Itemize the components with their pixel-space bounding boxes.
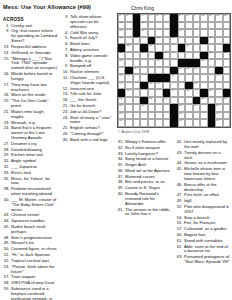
cell-number: 31 bbox=[209, 52, 212, 55]
clue-text: "The Da Vinci Code" priest bbox=[11, 98, 49, 108]
cell-number: 52 bbox=[119, 98, 122, 101]
cell-number: 60 bbox=[194, 105, 197, 108]
clue-item: 24.Start of many a "-stan" name bbox=[62, 116, 115, 126]
clue-number: 38. bbox=[3, 187, 10, 192]
clue-text: Word set at the Aperture bbox=[125, 168, 170, 173]
grid-cell[interactable] bbox=[215, 59, 222, 67]
black-cell bbox=[148, 74, 155, 82]
grid-cell[interactable] bbox=[200, 22, 207, 30]
grid-cell[interactable] bbox=[163, 112, 170, 120]
clue-text: Brandy Norwood's renewed role for Alexan… bbox=[125, 191, 159, 206]
grid-cell[interactable]: 51 bbox=[208, 89, 215, 97]
grid-cell[interactable] bbox=[140, 59, 147, 67]
grid-cell[interactable] bbox=[178, 82, 185, 90]
grid-cell[interactable] bbox=[148, 119, 155, 127]
clue-number: 42. bbox=[176, 140, 183, 145]
clue-number: 43. bbox=[176, 151, 183, 156]
cell-number: 7 bbox=[179, 15, 180, 18]
grid-cell[interactable] bbox=[185, 52, 192, 60]
grid-cell[interactable] bbox=[185, 119, 192, 127]
grid-cell[interactable] bbox=[193, 119, 200, 127]
grid-cell[interactable]: 42 bbox=[170, 74, 177, 82]
grid-cell[interactable] bbox=[215, 22, 222, 30]
clue-text: The answer to the riddle, as John has it bbox=[125, 207, 171, 217]
grid-cell[interactable]: 45 bbox=[148, 82, 155, 90]
clue-item: 30.Bank with a red logo bbox=[62, 138, 115, 143]
grid-cell[interactable]: 43 bbox=[215, 74, 222, 82]
clue-text: Bond lover bbox=[70, 41, 90, 46]
grid-cell[interactable]: 22 bbox=[155, 37, 162, 45]
clue-text: Music, for Yahoo!, for now bbox=[11, 176, 50, 186]
grid-cell[interactable] bbox=[133, 97, 140, 105]
grid-cell[interactable]: 14 bbox=[118, 22, 125, 30]
clue-text: Org. that issues tickets for speeding on… bbox=[11, 28, 57, 43]
clue-text: Grows, as a mushroom bbox=[184, 160, 227, 165]
cell-number: 34 bbox=[157, 60, 160, 63]
clue-text: Innocent one bbox=[70, 86, 94, 91]
grid-cell[interactable] bbox=[185, 97, 192, 105]
grid-cell[interactable] bbox=[125, 29, 132, 37]
clue-text: "Please, think about the future!" bbox=[11, 264, 55, 274]
grid-cell[interactable] bbox=[125, 119, 132, 127]
grid-cell[interactable] bbox=[125, 52, 132, 60]
grid-cell[interactable] bbox=[200, 104, 207, 112]
clue-number: 16. bbox=[3, 72, 10, 77]
grid-cell[interactable] bbox=[193, 74, 200, 82]
grid-cell[interactable]: 58 bbox=[140, 104, 147, 112]
clue-text: Singer Avril bbox=[125, 162, 146, 167]
cell-number: 23 bbox=[172, 37, 175, 40]
grid-cell[interactable]: 4 bbox=[148, 14, 155, 22]
grid-cell[interactable]: 59 bbox=[178, 104, 185, 112]
grid-cell[interactable]: 29 bbox=[140, 52, 147, 60]
cell-number: 5 bbox=[157, 15, 158, 18]
clue-number: 21. bbox=[3, 110, 10, 115]
clue-text: Song heard at a funeral bbox=[125, 156, 168, 161]
cell-number: 33 bbox=[119, 60, 122, 63]
cell-number: 21 bbox=[134, 37, 137, 40]
grid-cell[interactable] bbox=[155, 67, 162, 75]
grid-cell[interactable] bbox=[185, 104, 192, 112]
cell-number: 12 bbox=[216, 15, 219, 18]
grid-cell[interactable]: 23 bbox=[170, 37, 177, 45]
grid-cell[interactable]: 47 bbox=[193, 82, 200, 90]
grid-cell[interactable]: 67 bbox=[215, 119, 222, 127]
grid-cell[interactable] bbox=[178, 37, 185, 45]
grid-cell[interactable] bbox=[223, 112, 230, 120]
grid-cell[interactable] bbox=[193, 89, 200, 97]
grid-cell[interactable] bbox=[125, 22, 132, 30]
cell-number: 25 bbox=[127, 45, 130, 48]
black-cell bbox=[170, 14, 177, 22]
grid-cell[interactable] bbox=[163, 59, 170, 67]
grid-cell[interactable] bbox=[140, 74, 147, 82]
clue-text: Kitchen timer unit bbox=[11, 152, 43, 157]
grid-cell[interactable] bbox=[140, 119, 147, 127]
grid-cell[interactable] bbox=[163, 82, 170, 90]
clue-text: Detailed drawing bbox=[11, 147, 42, 152]
clue-text: Idyll bbox=[184, 198, 191, 203]
grid-cell[interactable]: 36 bbox=[133, 67, 140, 75]
grid-cell[interactable]: 60 bbox=[193, 104, 200, 112]
clue-text: Cold War worry bbox=[70, 30, 98, 35]
clue-column-across: ACROSS 1.Cranky sort9.Org. that issues t… bbox=[3, 15, 58, 300]
clue-text: Cultivated, as a garden bbox=[184, 226, 227, 231]
cell-number: 4 bbox=[149, 15, 150, 18]
grid-cell[interactable] bbox=[125, 37, 132, 45]
grid-cell[interactable] bbox=[163, 119, 170, 127]
clue-text: Worn on the inside bbox=[11, 92, 45, 97]
clue-text: Tropical cocktail part bbox=[11, 258, 49, 263]
grid-cell[interactable] bbox=[133, 44, 140, 52]
cell-number: 54 bbox=[164, 98, 167, 101]
grid-cell[interactable] bbox=[170, 97, 177, 105]
clue-item: 3.Talk show whose specials can be offens… bbox=[62, 15, 115, 30]
grid-cell[interactable] bbox=[155, 97, 162, 105]
clue-text: Snip a branch bbox=[184, 215, 210, 220]
grid-cell[interactable]: 57 bbox=[118, 104, 125, 112]
clue-item: 42.Unit mostly replaced by the watt bbox=[176, 140, 230, 150]
grid-cell[interactable]: 54 bbox=[163, 97, 170, 105]
grid-cell[interactable] bbox=[133, 119, 140, 127]
grid-cell[interactable] bbox=[178, 52, 185, 60]
grid-cell[interactable]: 55 bbox=[200, 97, 207, 105]
grid-cell[interactable] bbox=[223, 37, 230, 45]
grid-cell[interactable]: 25 bbox=[125, 44, 132, 52]
down-clue-list-2: 3.Talk show whose specials can be offens… bbox=[62, 15, 115, 143]
grid-cell[interactable]: 26 bbox=[148, 44, 155, 52]
grid-cell[interactable] bbox=[193, 37, 200, 45]
cell-number: 49 bbox=[172, 90, 175, 93]
grid-cell[interactable] bbox=[155, 22, 162, 30]
cell-number: 11 bbox=[209, 15, 212, 18]
grid-cell[interactable] bbox=[125, 97, 132, 105]
grid-cell[interactable] bbox=[178, 74, 185, 82]
grid-cell[interactable] bbox=[133, 52, 140, 60]
grid-cell[interactable] bbox=[223, 67, 230, 75]
clue-text: They may have two machines bbox=[11, 82, 47, 92]
clue-text: Problem encountered when traveling abroa… bbox=[11, 186, 52, 196]
clue-number: 8. bbox=[62, 54, 69, 59]
grid-cell[interactable]: 48 bbox=[125, 89, 132, 97]
clue-number: 41. bbox=[117, 208, 124, 213]
grid-cell[interactable] bbox=[148, 29, 155, 37]
grid-cell[interactable] bbox=[163, 37, 170, 45]
cell-number: 29 bbox=[142, 52, 145, 55]
clue-text: Fourth of July? bbox=[70, 35, 97, 40]
grid-cell[interactable] bbox=[133, 104, 140, 112]
clue-number: 35. bbox=[3, 177, 10, 182]
cell-number: 36 bbox=[134, 68, 137, 71]
clue-text: "Hi," to Jack Sparrow bbox=[11, 252, 50, 257]
grid-cell[interactable]: 44 bbox=[118, 82, 125, 90]
grid-cell[interactable]: 61 bbox=[215, 104, 222, 112]
grid-cell[interactable]: 38 bbox=[185, 67, 192, 75]
clue-number: 17. bbox=[3, 83, 10, 88]
grid-cell[interactable] bbox=[185, 37, 192, 45]
grid-cell[interactable] bbox=[163, 67, 170, 75]
grid-cell[interactable]: 5 bbox=[155, 14, 162, 22]
grid-cell[interactable]: 13 bbox=[223, 14, 230, 22]
grid-cell[interactable]: 30 bbox=[163, 52, 170, 60]
grid-cell[interactable] bbox=[208, 97, 215, 105]
clue-item: 21.Makes time laugh, maybe bbox=[3, 110, 58, 120]
cell-number: 57 bbox=[119, 105, 122, 108]
grid-cell[interactable]: 19 bbox=[178, 29, 185, 37]
cell-number: 17 bbox=[119, 30, 122, 33]
clue-text: Bits and pieces, or so bbox=[125, 179, 165, 184]
grid-cell[interactable] bbox=[193, 112, 200, 120]
grid-cell[interactable] bbox=[140, 89, 147, 97]
clue-text: Bogotá fare bbox=[184, 232, 205, 237]
grid-cell[interactable] bbox=[170, 44, 177, 52]
clue-item: 16.Words before bored or hungry bbox=[3, 72, 58, 82]
clue-text: Japanese noodles bbox=[11, 218, 45, 223]
cell-number: 51 bbox=[209, 90, 212, 93]
black-cell bbox=[155, 74, 162, 82]
cell-number: 50 bbox=[186, 90, 189, 93]
grid-cell[interactable] bbox=[140, 67, 147, 75]
clue-item: 45.Michelle whose twin is now known by f… bbox=[176, 167, 230, 182]
grid-cell[interactable] bbox=[133, 59, 140, 67]
clue-text: Lonely hangover? bbox=[125, 151, 158, 156]
grid-cell[interactable] bbox=[200, 119, 207, 127]
grid-caption: © Aspen Crux 1998 bbox=[118, 130, 149, 134]
grid-cell[interactable] bbox=[170, 52, 177, 60]
grid-cell[interactable]: 11 bbox=[208, 14, 215, 22]
clue-item: 15."Ménage à ___" ("Star Trek: TNG" epis… bbox=[3, 57, 58, 72]
grid-cell[interactable] bbox=[215, 37, 222, 45]
grid-cell[interactable]: 46 bbox=[155, 82, 162, 90]
black-cell bbox=[148, 37, 155, 45]
clue-text: Seer's prognostication bbox=[11, 235, 52, 240]
grid-cell[interactable] bbox=[140, 112, 147, 120]
black-cell bbox=[200, 89, 207, 97]
grid-cell[interactable] bbox=[125, 104, 132, 112]
black-cell bbox=[185, 59, 192, 67]
grid-cell[interactable]: 2 bbox=[125, 14, 132, 22]
clue-text: Angle symbol bbox=[11, 158, 36, 163]
clue-text: Title role for Jolie bbox=[70, 91, 101, 96]
grid-cell[interactable] bbox=[208, 74, 215, 82]
grid-cell[interactable] bbox=[155, 89, 162, 97]
cell-number: 43 bbox=[216, 75, 219, 78]
clue-item: 19."The Da Vinci Code" priest bbox=[3, 99, 58, 109]
grid-cell[interactable] bbox=[148, 52, 155, 60]
grid-cell[interactable] bbox=[200, 74, 207, 82]
grid-cell[interactable] bbox=[223, 29, 230, 37]
clue-item: 8.Video game console bundle, e.g. bbox=[62, 54, 115, 64]
grid-cell[interactable]: 21 bbox=[133, 37, 140, 45]
clue-text: Michelle whose twin is now known by four… bbox=[184, 166, 225, 181]
grid-cell[interactable] bbox=[133, 82, 140, 90]
clue-number: 11. bbox=[62, 76, 69, 81]
grid-cell[interactable] bbox=[223, 119, 230, 127]
clue-text: Pilot who disappeared in 1937 bbox=[184, 204, 229, 214]
black-cell bbox=[208, 112, 215, 120]
grid-cell[interactable]: 32 bbox=[223, 52, 230, 60]
grid-cell[interactable]: 37 bbox=[178, 67, 185, 75]
cell-number: 10 bbox=[201, 15, 204, 18]
grid-cell[interactable]: 12 bbox=[215, 14, 222, 22]
grid-cell[interactable]: 16 bbox=[178, 22, 185, 30]
grid-cell[interactable] bbox=[155, 112, 162, 120]
grid-cell[interactable] bbox=[163, 104, 170, 112]
grid-cell[interactable] bbox=[208, 67, 215, 75]
grid-cell[interactable]: 49 bbox=[170, 89, 177, 97]
grid-cell[interactable] bbox=[148, 59, 155, 67]
grid-cell[interactable]: 50 bbox=[185, 89, 192, 97]
grid-cell[interactable] bbox=[155, 44, 162, 52]
grid-cell[interactable]: 24 bbox=[208, 37, 215, 45]
clue-column-down-3: 31.Wimpy's Famous offer32.Sci-fi alien w… bbox=[117, 140, 172, 218]
clue-text: Start of many a "-stan" name bbox=[70, 115, 111, 125]
black-cell bbox=[193, 59, 200, 67]
grid-cell[interactable] bbox=[223, 59, 230, 67]
cell-number: 24 bbox=[209, 37, 212, 40]
grid-cell[interactable]: 41 bbox=[125, 74, 132, 82]
grid-cell[interactable] bbox=[223, 22, 230, 30]
cell-number: 6 bbox=[164, 15, 165, 18]
cell-number: 32 bbox=[224, 52, 227, 55]
grid-cell[interactable]: 15 bbox=[140, 22, 147, 30]
cell-number: 61 bbox=[216, 105, 219, 108]
grid-cell[interactable] bbox=[193, 52, 200, 60]
clue-item: 46.Bonus offer at the dealership bbox=[176, 183, 230, 193]
clue-number: 14. bbox=[3, 51, 10, 56]
clue-item: 62.Abbr. seen at the end of a business l… bbox=[176, 245, 230, 255]
cell-number: 16 bbox=[179, 22, 182, 25]
grid-cell[interactable] bbox=[163, 22, 170, 30]
clue-item: 53."Please, think about the future!" bbox=[3, 265, 58, 275]
grid-cell[interactable] bbox=[215, 52, 222, 60]
grid-cell[interactable] bbox=[155, 119, 162, 127]
grid-cell[interactable]: 9 bbox=[193, 14, 200, 22]
grid-cell[interactable]: 8 bbox=[185, 14, 192, 22]
grid-cell[interactable] bbox=[200, 29, 207, 37]
grid-cell[interactable] bbox=[185, 29, 192, 37]
grid-cell[interactable] bbox=[133, 74, 140, 82]
grid-cell[interactable] bbox=[155, 104, 162, 112]
grid-cell[interactable] bbox=[193, 22, 200, 30]
grid-cell[interactable] bbox=[148, 104, 155, 112]
clue-text: Train stopper bbox=[11, 274, 35, 279]
grid-cell[interactable] bbox=[170, 59, 177, 67]
black-cell bbox=[208, 119, 215, 127]
grid-cell[interactable]: 6 bbox=[163, 14, 170, 22]
grid-cell[interactable] bbox=[185, 22, 192, 30]
cell-number: 1 bbox=[119, 15, 120, 18]
grid-cell[interactable]: 65 bbox=[118, 119, 125, 127]
grid-cell[interactable] bbox=[148, 22, 155, 30]
grid-cell[interactable] bbox=[148, 67, 155, 75]
grid-cell[interactable] bbox=[133, 89, 140, 97]
grid-cell[interactable] bbox=[223, 82, 230, 90]
cell-number: 55 bbox=[201, 98, 204, 101]
grid-cell[interactable] bbox=[193, 29, 200, 37]
clue-number: 19. bbox=[3, 99, 10, 104]
grid-cell[interactable] bbox=[125, 112, 132, 120]
grid-cell[interactable] bbox=[200, 112, 207, 120]
cell-number: 15 bbox=[142, 22, 145, 25]
cell-number: 18 bbox=[142, 30, 145, 33]
grid-cell[interactable]: 10 bbox=[200, 14, 207, 22]
grid-cell[interactable] bbox=[185, 112, 192, 120]
grid-cell[interactable] bbox=[215, 29, 222, 37]
clue-item: 63.Presumed protagonist of "Star Wars: E… bbox=[176, 255, 230, 265]
clue-text: Puts forth, as effort bbox=[184, 192, 219, 197]
clue-number: 23. bbox=[62, 110, 69, 115]
clue-text: Makes time laugh, maybe bbox=[11, 109, 45, 119]
grid-cell[interactable] bbox=[215, 44, 222, 52]
grid-cell[interactable]: 18 bbox=[140, 29, 147, 37]
grid-cell[interactable] bbox=[178, 89, 185, 97]
clue-column-down-2: 3.Talk show whose specials can be offens… bbox=[62, 15, 115, 144]
grid-cell[interactable]: 34 bbox=[155, 59, 162, 67]
clue-text: ___ M. Martin, creator of "The Baby-Sitt… bbox=[11, 197, 56, 212]
grid-cell[interactable]: 39 bbox=[193, 67, 200, 75]
clue-text: Bonus offer at the dealership bbox=[184, 182, 217, 192]
grid-cell[interactable] bbox=[163, 29, 170, 37]
clue-text: English señora? bbox=[70, 125, 100, 130]
clue-number: 61. bbox=[176, 239, 183, 244]
clue-number: 59. bbox=[3, 287, 10, 292]
cell-number: 48 bbox=[127, 90, 130, 93]
grid-cell[interactable] bbox=[215, 82, 222, 90]
clue-number: 52. bbox=[176, 205, 183, 210]
clue-number: 40. bbox=[117, 192, 124, 197]
grid-cell[interactable] bbox=[140, 37, 147, 45]
grid-cell[interactable] bbox=[125, 59, 132, 67]
grid-cell[interactable] bbox=[185, 74, 192, 82]
grid-cell[interactable]: 40 bbox=[118, 74, 125, 82]
cell-number: 13 bbox=[224, 15, 227, 18]
grid-cell[interactable]: 27 bbox=[185, 44, 192, 52]
grid-cell[interactable]: 53 bbox=[148, 97, 155, 105]
grid-cell[interactable]: 20 bbox=[118, 37, 125, 45]
grid-cell[interactable] bbox=[148, 89, 155, 97]
clue-number: 9. bbox=[3, 29, 10, 34]
grid-cell[interactable] bbox=[200, 82, 207, 90]
grid-cell[interactable] bbox=[200, 44, 207, 52]
clue-text: Bumped off bbox=[70, 63, 91, 68]
cell-number: 9 bbox=[194, 15, 195, 18]
clue-text: Bank with a red logo bbox=[70, 137, 108, 142]
grid-cell[interactable]: 31 bbox=[208, 52, 215, 60]
clue-item: 59.Substance used in a fireplace-centere… bbox=[3, 287, 58, 300]
across-clue-list: 1.Cranky sort9.Org. that issues tickets … bbox=[3, 24, 58, 300]
clue-text: Video game console bundle, e.g. bbox=[70, 53, 107, 63]
grid-cell[interactable]: 33 bbox=[118, 59, 125, 67]
grid-cell[interactable] bbox=[223, 74, 230, 82]
cell-number: 46 bbox=[157, 83, 160, 86]
clue-number: 46. bbox=[176, 183, 183, 188]
grid-cell[interactable]: 56 bbox=[223, 97, 230, 105]
grid-cell[interactable] bbox=[193, 44, 200, 52]
grid-cell[interactable] bbox=[208, 59, 215, 67]
clue-item: 40.Brandy Norwood's renewed role for Ale… bbox=[117, 192, 172, 207]
grid-cell[interactable] bbox=[215, 89, 222, 97]
grid-cell[interactable] bbox=[223, 104, 230, 112]
grid-cell[interactable] bbox=[208, 22, 215, 30]
cell-number: 38 bbox=[186, 68, 189, 71]
clue-number: 53. bbox=[3, 265, 10, 270]
grid-cell[interactable]: 66 bbox=[178, 119, 185, 127]
grid-cell[interactable] bbox=[148, 112, 155, 120]
grid-cell[interactable] bbox=[133, 112, 140, 120]
grid-cell[interactable] bbox=[200, 67, 207, 75]
grid-cell[interactable]: 35 bbox=[200, 59, 207, 67]
